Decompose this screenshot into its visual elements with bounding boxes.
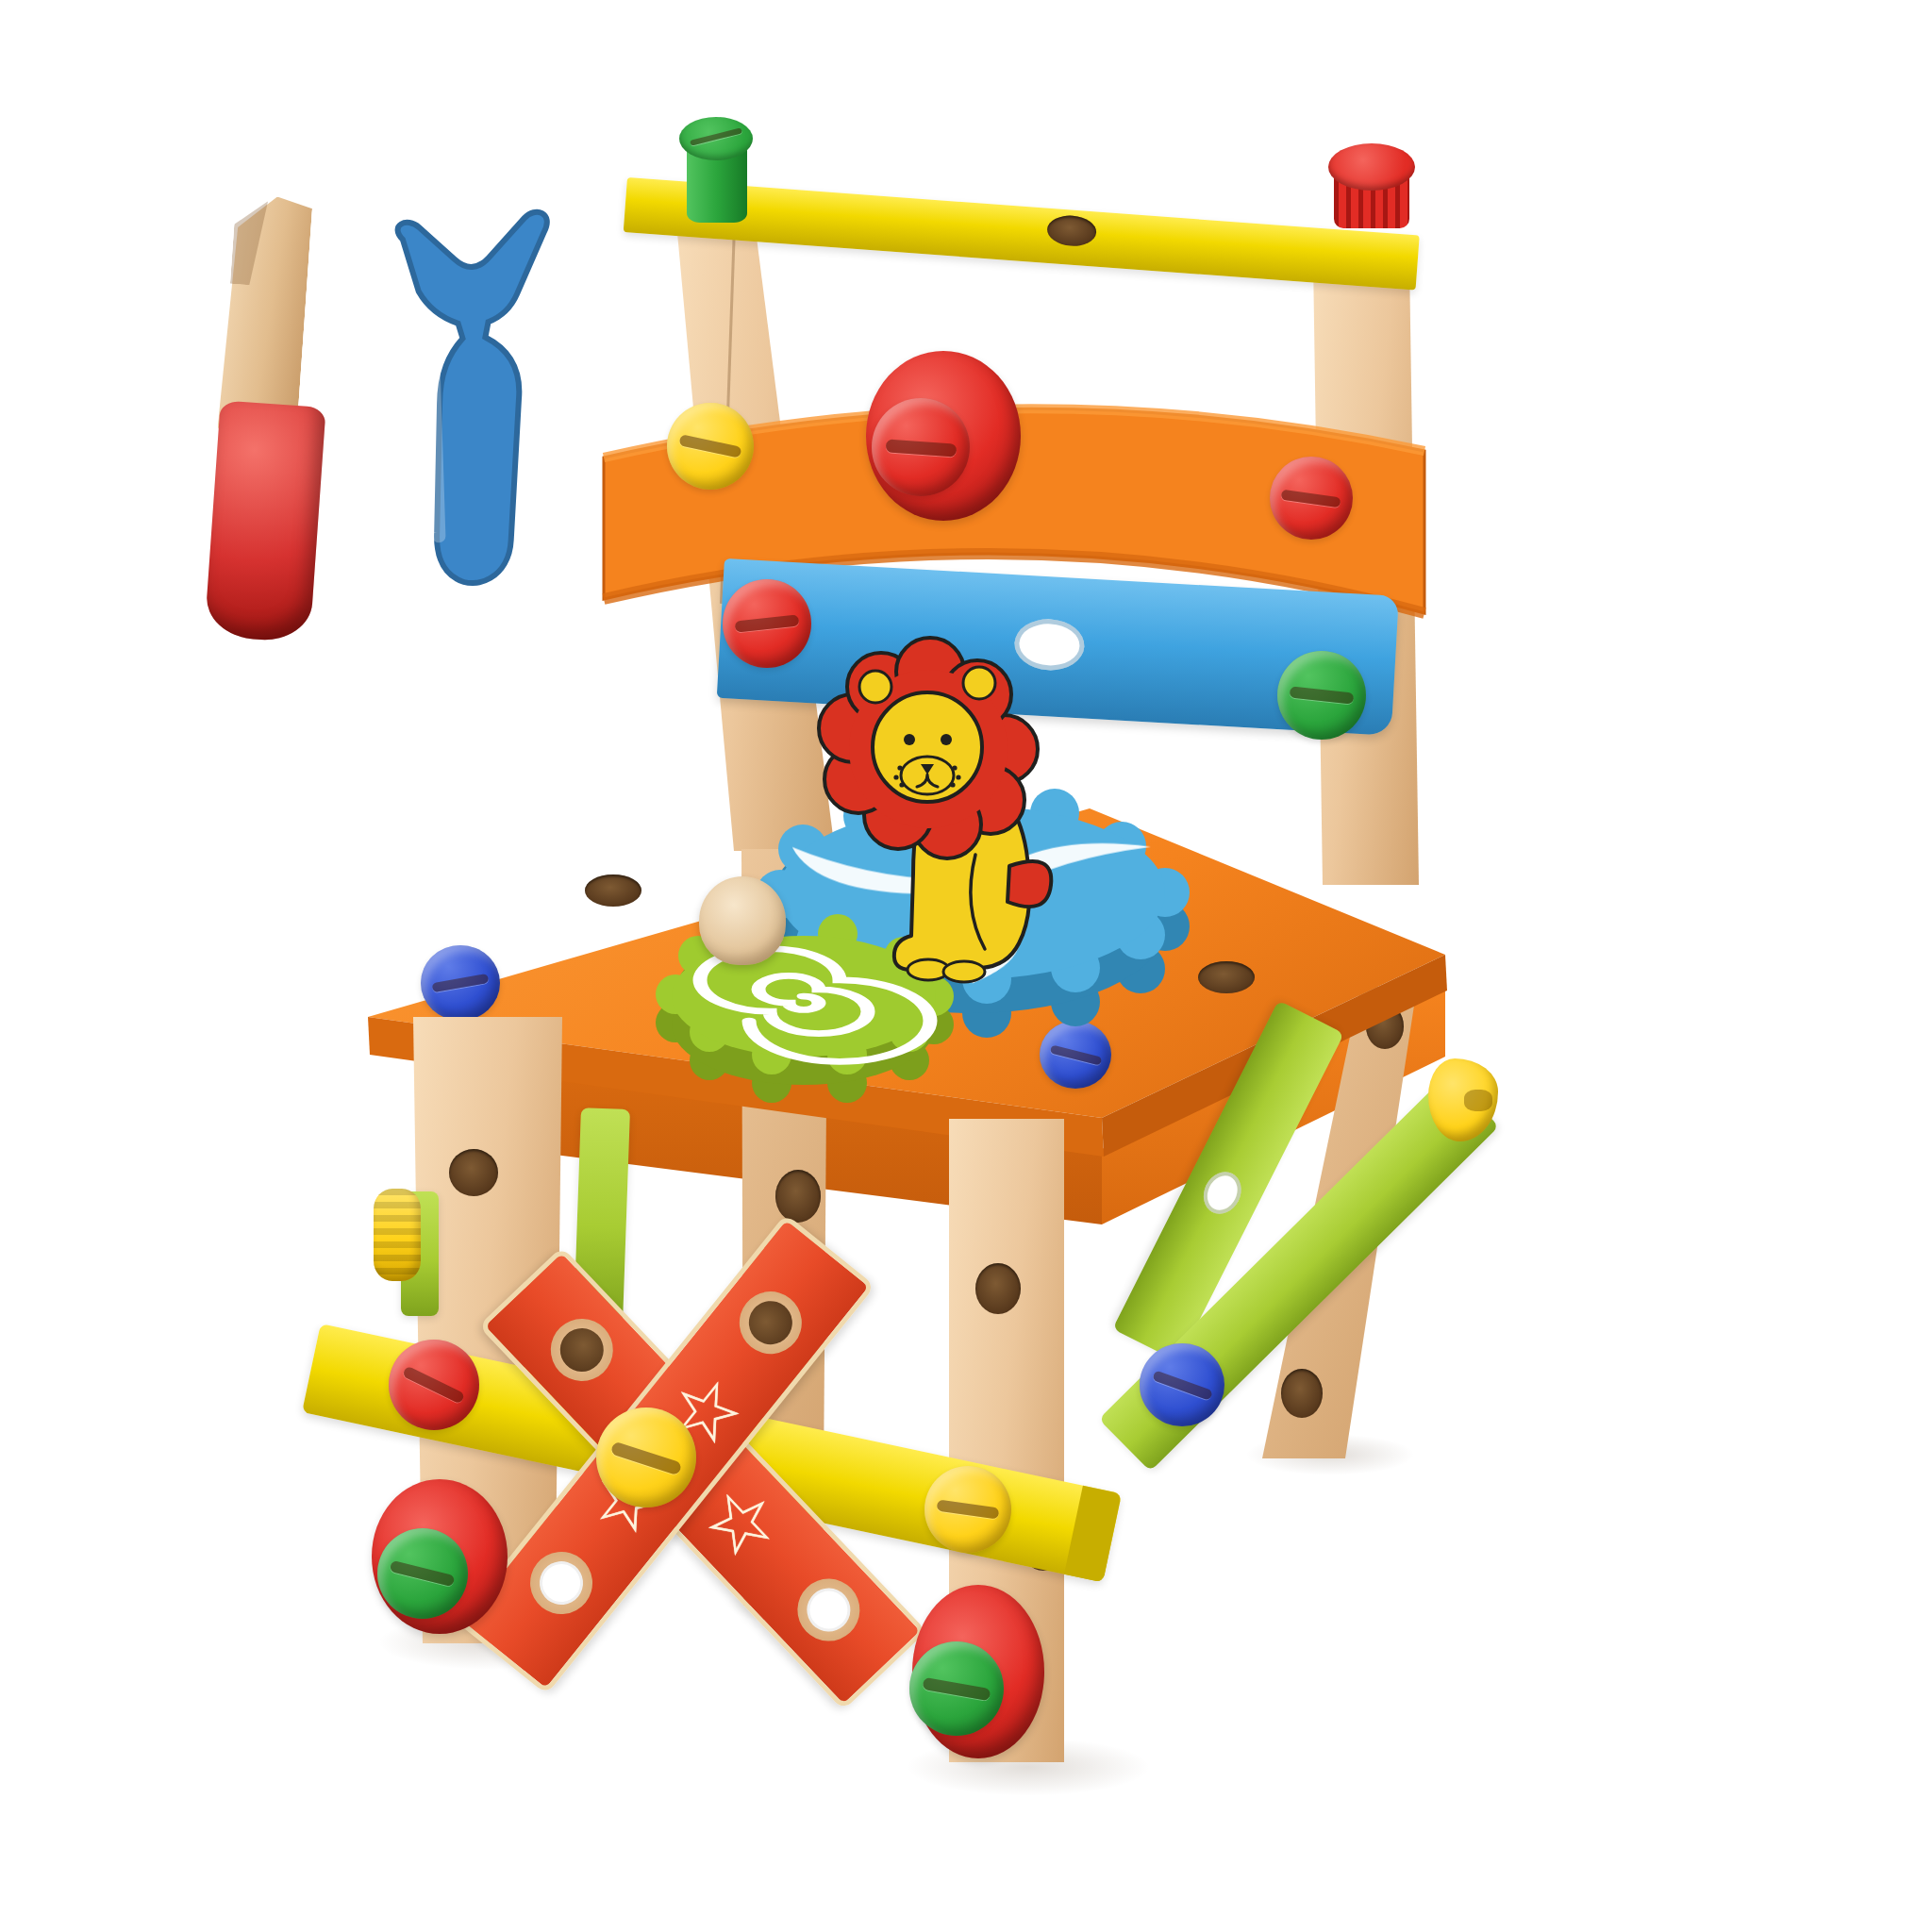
screw-slot: [1290, 687, 1355, 705]
top-bar-hole: [1046, 214, 1097, 248]
brace-hole: [785, 1566, 873, 1654]
brace-hole: [518, 1540, 606, 1627]
screw-slot: [922, 1677, 991, 1701]
green-screw-front-right: [909, 1641, 1004, 1736]
green-screw-blue-bar: [1277, 651, 1366, 740]
lion-tail: [1008, 861, 1051, 907]
screw-slot: [690, 128, 742, 146]
brace-hole: [538, 1306, 625, 1393]
lion-ear: [859, 671, 891, 703]
leg-hole: [775, 1170, 821, 1223]
green-screw-front-left: [377, 1528, 468, 1619]
wing-nut-notch: [1464, 1090, 1492, 1111]
screw-slot: [1152, 1370, 1213, 1401]
yellow-rail-end-face: [1064, 1486, 1122, 1583]
rail-hole: [1196, 1165, 1248, 1220]
brace-hole-inner: [531, 1553, 592, 1614]
leg-hole: [975, 1263, 1021, 1314]
brace-hole: [726, 1279, 814, 1367]
lion-eye: [941, 734, 952, 745]
screwdriver: [189, 179, 358, 651]
screw-slot: [431, 974, 489, 993]
green-screw-top-cap: [679, 117, 753, 160]
lion-foot: [943, 961, 985, 982]
lion-ear: [963, 667, 995, 699]
yellow-side-screw: [374, 1189, 421, 1281]
blue-screw-right-rail: [1140, 1343, 1224, 1426]
screw-slot: [735, 615, 800, 633]
brace-hole-inner: [740, 1292, 801, 1354]
screw-slot: [1049, 1044, 1101, 1065]
screw-slot: [885, 439, 957, 457]
red-bolt-center: [872, 398, 970, 496]
blue-screw-seat-left: [421, 945, 500, 1021]
brace-hole-inner: [551, 1319, 612, 1380]
red-screw-backrest-right: [1270, 457, 1353, 540]
toy-chair-product-photo: ☆ ☆ ☆ ☆: [0, 0, 1932, 1932]
screw-slot: [678, 435, 741, 458]
seat-hole: [1198, 961, 1255, 993]
lion-figure: [813, 638, 1115, 996]
side-screw-ribs: [374, 1189, 421, 1281]
leg-hole: [1281, 1369, 1323, 1418]
brace-hole-inner: [798, 1579, 859, 1641]
yellow-screw-backrest: [667, 403, 754, 490]
wood-peg-knob: [699, 876, 786, 965]
red-screw-blue-bar: [723, 579, 811, 668]
wrench: [341, 213, 615, 619]
lion-eye: [904, 734, 915, 745]
red-screw-left-rail: [389, 1340, 479, 1430]
yellow-screw-left-rail: [924, 1466, 1011, 1553]
screw-slot: [390, 1560, 456, 1588]
screw-slot: [402, 1366, 466, 1406]
screwdriver-handle: [204, 400, 325, 642]
screw-slot: [936, 1500, 999, 1520]
leg-hole: [449, 1149, 498, 1196]
yellow-screw-cross-center: [596, 1407, 696, 1507]
seat-hole: [585, 874, 641, 907]
red-nut-top-cap: [1328, 143, 1415, 191]
screw-slot: [1281, 489, 1341, 508]
screw-slot: [610, 1441, 683, 1475]
screwdriver-shaft: [217, 193, 312, 436]
blue-screw-seat-right: [1040, 1021, 1111, 1089]
